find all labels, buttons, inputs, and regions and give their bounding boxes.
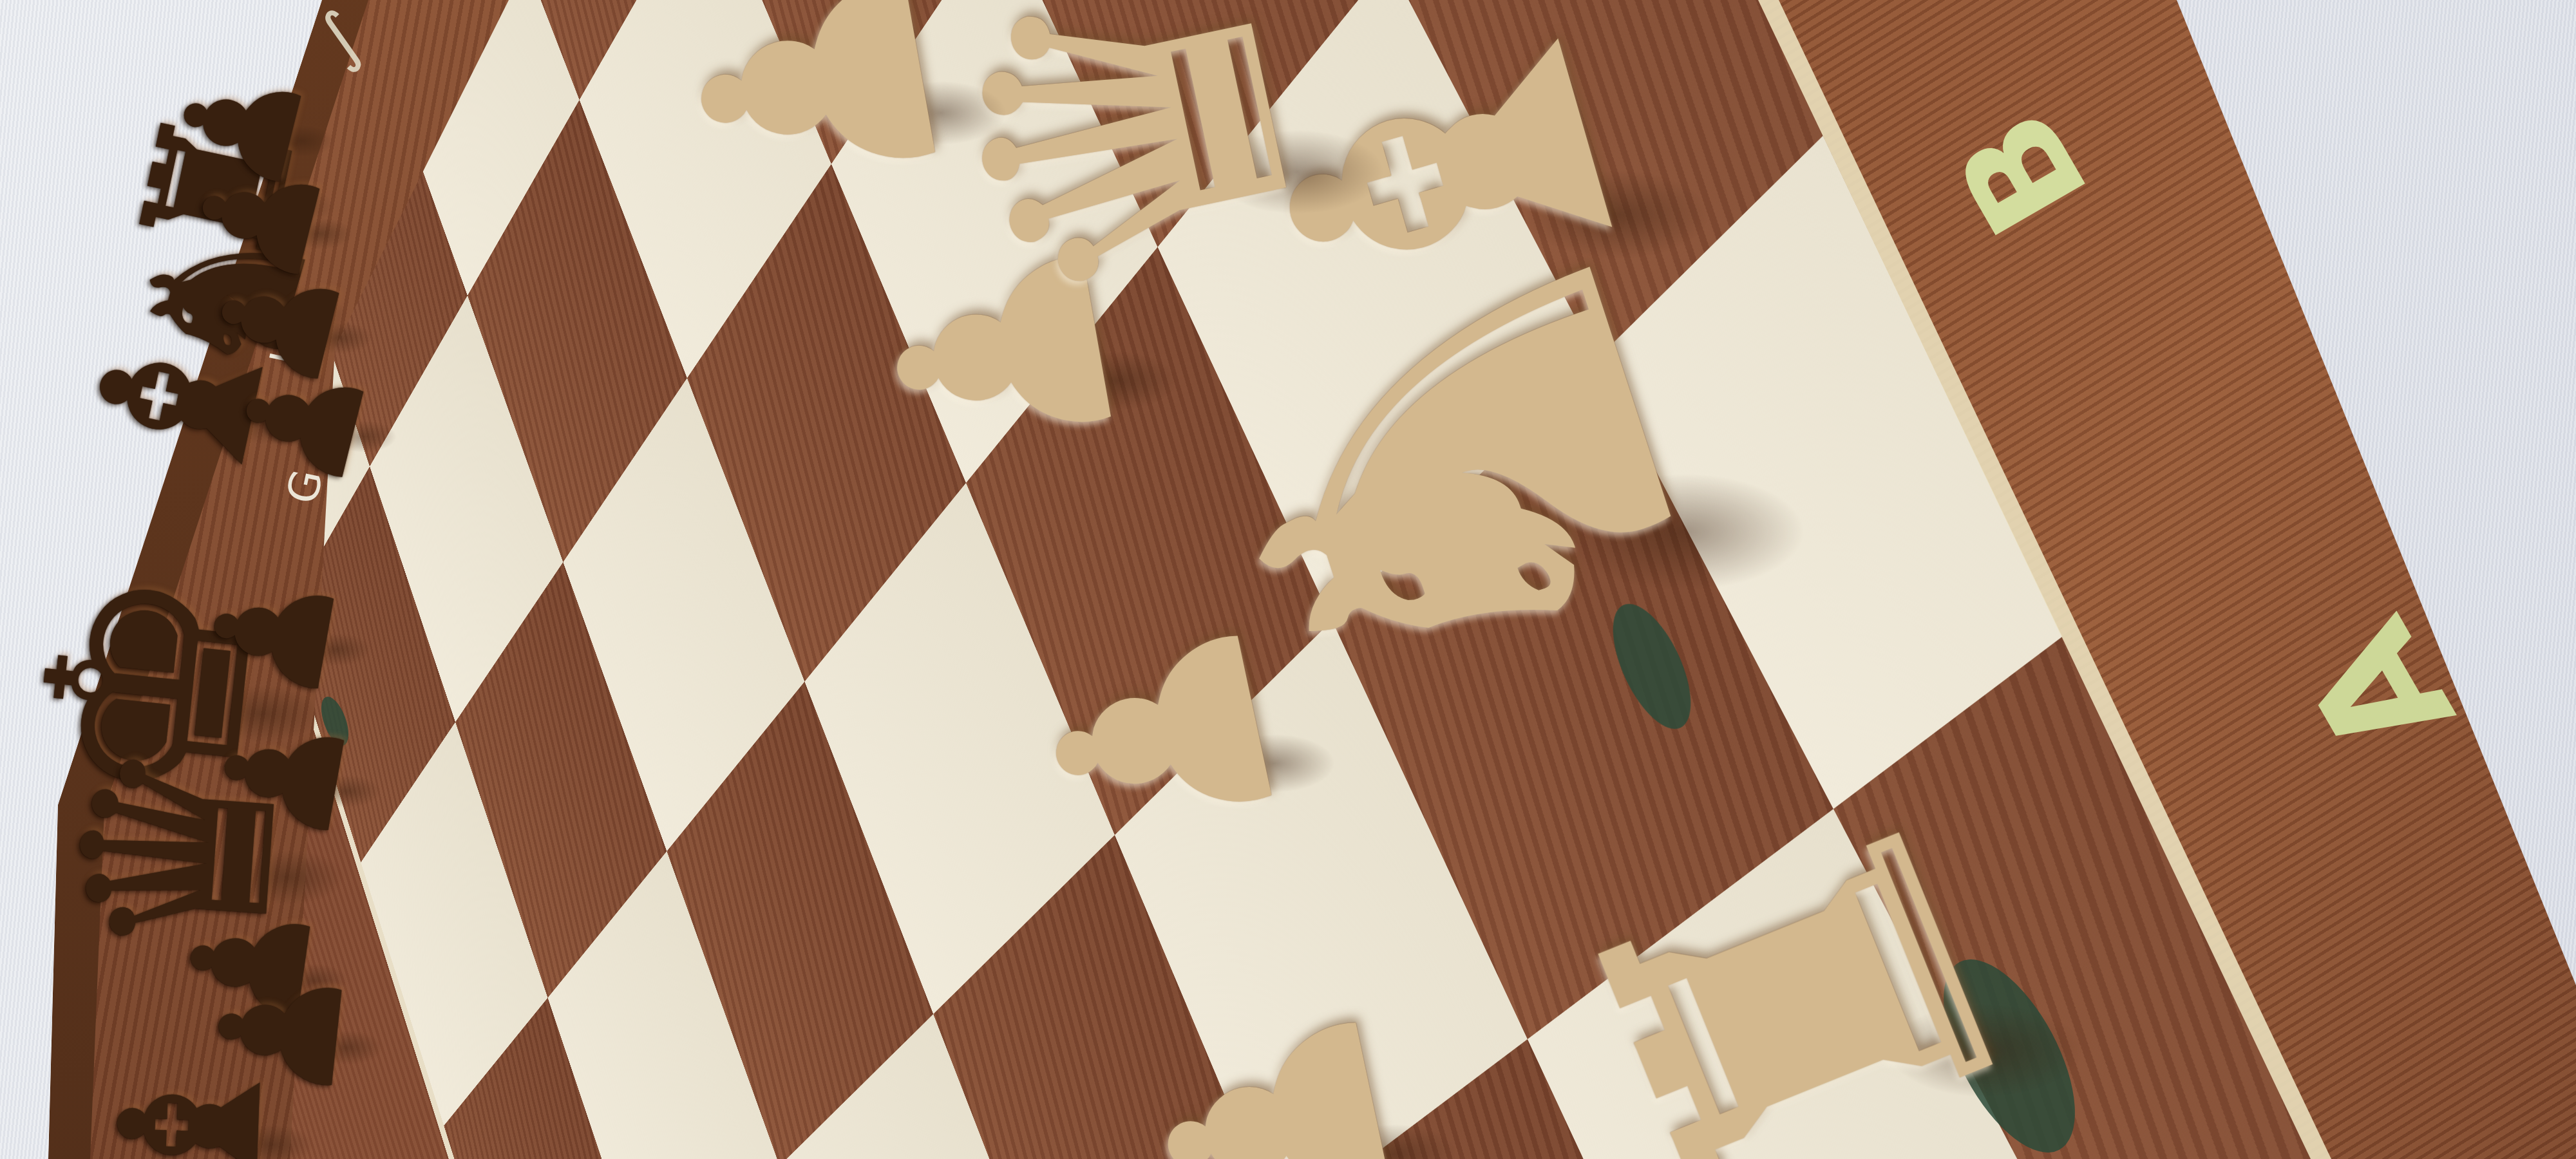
piece-glyph: ♟ — [195, 694, 372, 858]
piece-glyph: ♟ — [185, 552, 361, 716]
piece-glyph: ♟ — [193, 950, 369, 1112]
chess-photo-scene: BAHG∫ ♟♛♝♟♞♟♜♟♟♜♟♞♟♝♟♟♚♟♛♟♟♝ — [0, 0, 2576, 1159]
